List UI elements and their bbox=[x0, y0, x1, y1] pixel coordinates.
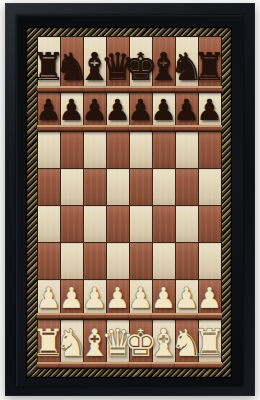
square-g2[interactable]: ♟ bbox=[176, 280, 198, 319]
square-d1[interactable]: ♛ bbox=[107, 320, 129, 368]
piece-white-pawn: ♟ bbox=[105, 284, 131, 313]
square-f3[interactable] bbox=[153, 243, 175, 279]
piece-black-pawn: ♟ bbox=[197, 96, 223, 125]
piece-black-pawn: ♟ bbox=[59, 96, 85, 125]
square-f4[interactable] bbox=[153, 206, 175, 242]
piece-black-pawn: ♟ bbox=[105, 96, 131, 125]
square-d4[interactable] bbox=[107, 206, 129, 242]
square-g1[interactable]: ♞ bbox=[176, 320, 198, 368]
piece-white-pawn: ♟ bbox=[36, 284, 62, 313]
square-h4[interactable] bbox=[199, 206, 221, 242]
square-h8[interactable]: ♜ bbox=[199, 37, 221, 92]
square-f8[interactable]: ♝ bbox=[153, 37, 175, 92]
piece-white-pawn: ♟ bbox=[82, 284, 108, 313]
square-e1[interactable]: ♚ bbox=[130, 320, 152, 368]
square-h6[interactable] bbox=[199, 132, 221, 168]
square-b1[interactable]: ♞ bbox=[61, 320, 83, 368]
square-b8[interactable]: ♞ bbox=[61, 37, 83, 92]
piece-white-pawn: ♟ bbox=[151, 284, 177, 313]
square-h7[interactable]: ♟ bbox=[199, 93, 221, 131]
shelf bbox=[152, 362, 176, 368]
shelf bbox=[175, 362, 199, 368]
piece-black-pawn: ♟ bbox=[82, 96, 108, 125]
square-c3[interactable] bbox=[84, 243, 106, 279]
piece-black-pawn: ♟ bbox=[128, 96, 154, 125]
square-g6[interactable] bbox=[176, 132, 198, 168]
square-a4[interactable] bbox=[38, 206, 60, 242]
square-a2[interactable]: ♟ bbox=[38, 280, 60, 319]
square-c7[interactable]: ♟ bbox=[84, 93, 106, 131]
square-d7[interactable]: ♟ bbox=[107, 93, 129, 131]
shelf bbox=[129, 86, 153, 92]
shelf bbox=[106, 86, 130, 92]
shelf bbox=[198, 362, 222, 368]
shelf bbox=[37, 125, 61, 131]
shelf bbox=[37, 313, 61, 319]
square-c4[interactable] bbox=[84, 206, 106, 242]
shelf bbox=[83, 313, 107, 319]
shelf bbox=[175, 313, 199, 319]
square-a6[interactable] bbox=[38, 132, 60, 168]
square-f2[interactable]: ♟ bbox=[153, 280, 175, 319]
square-b2[interactable]: ♟ bbox=[61, 280, 83, 319]
square-c2[interactable]: ♟ bbox=[84, 280, 106, 319]
shelf bbox=[198, 86, 222, 92]
square-e2[interactable]: ♟ bbox=[130, 280, 152, 319]
square-f6[interactable] bbox=[153, 132, 175, 168]
square-h5[interactable] bbox=[199, 169, 221, 205]
square-b6[interactable] bbox=[61, 132, 83, 168]
square-b5[interactable] bbox=[61, 169, 83, 205]
square-d2[interactable]: ♟ bbox=[107, 280, 129, 319]
square-e8[interactable]: ♚ bbox=[130, 37, 152, 92]
square-c8[interactable]: ♝ bbox=[84, 37, 106, 92]
square-e5[interactable] bbox=[130, 169, 152, 205]
shelf bbox=[198, 313, 222, 319]
shelf bbox=[152, 125, 176, 131]
square-a8[interactable]: ♜ bbox=[38, 37, 60, 92]
square-g5[interactable] bbox=[176, 169, 198, 205]
square-b4[interactable] bbox=[61, 206, 83, 242]
square-h2[interactable]: ♟ bbox=[199, 280, 221, 319]
shelf bbox=[152, 86, 176, 92]
square-d3[interactable] bbox=[107, 243, 129, 279]
shelf bbox=[60, 86, 84, 92]
square-f5[interactable] bbox=[153, 169, 175, 205]
shelf bbox=[60, 313, 84, 319]
square-a7[interactable]: ♟ bbox=[38, 93, 60, 131]
shelf bbox=[129, 125, 153, 131]
square-f7[interactable]: ♟ bbox=[153, 93, 175, 131]
chess-board: ♜♞♝♛♚♝♞♜♟♟♟♟♟♟♟♟♟♟♟♟♟♟♟♟♜♞♝♛♚♝♞♜ bbox=[38, 37, 221, 368]
shelf bbox=[152, 313, 176, 319]
square-g3[interactable] bbox=[176, 243, 198, 279]
square-c6[interactable] bbox=[84, 132, 106, 168]
shelf bbox=[83, 86, 107, 92]
square-f1[interactable]: ♝ bbox=[153, 320, 175, 368]
shelf bbox=[60, 125, 84, 131]
square-a3[interactable] bbox=[38, 243, 60, 279]
piece-black-pawn: ♟ bbox=[151, 96, 177, 125]
shelf bbox=[37, 362, 61, 368]
photo-background: ♜♞♝♛♚♝♞♜♟♟♟♟♟♟♟♟♟♟♟♟♟♟♟♟♜♞♝♛♚♝♞♜ bbox=[0, 0, 260, 400]
piece-white-pawn: ♟ bbox=[59, 284, 85, 313]
ornate-gold-trim: ♜♞♝♛♚♝♞♜♟♟♟♟♟♟♟♟♟♟♟♟♟♟♟♟♜♞♝♛♚♝♞♜ bbox=[27, 28, 231, 377]
piece-black-pawn: ♟ bbox=[36, 96, 62, 125]
square-c1[interactable]: ♝ bbox=[84, 320, 106, 368]
piece-white-pawn: ♟ bbox=[197, 284, 223, 313]
square-h1[interactable]: ♜ bbox=[199, 320, 221, 368]
picture-frame: ♜♞♝♛♚♝♞♜♟♟♟♟♟♟♟♟♟♟♟♟♟♟♟♟♜♞♝♛♚♝♞♜ bbox=[5, 3, 255, 396]
square-g7[interactable]: ♟ bbox=[176, 93, 198, 131]
shelf bbox=[60, 362, 84, 368]
shelf bbox=[198, 125, 222, 131]
piece-black-pawn: ♟ bbox=[174, 96, 200, 125]
shelf bbox=[83, 362, 107, 368]
shelf bbox=[37, 86, 61, 92]
square-a1[interactable]: ♜ bbox=[38, 320, 60, 368]
shelf bbox=[83, 125, 107, 131]
square-e6[interactable] bbox=[130, 132, 152, 168]
square-g8[interactable]: ♞ bbox=[176, 37, 198, 92]
shelf bbox=[175, 125, 199, 131]
square-h3[interactable] bbox=[199, 243, 221, 279]
shelf bbox=[129, 313, 153, 319]
piece-black-rook: ♜ bbox=[192, 48, 226, 86]
piece-white-pawn: ♟ bbox=[128, 284, 154, 313]
piece-white-pawn: ♟ bbox=[174, 284, 200, 313]
square-e3[interactable] bbox=[130, 243, 152, 279]
square-d6[interactable] bbox=[107, 132, 129, 168]
square-b7[interactable]: ♟ bbox=[61, 93, 83, 131]
square-c5[interactable] bbox=[84, 169, 106, 205]
shelf bbox=[175, 86, 199, 92]
square-d8[interactable]: ♛ bbox=[107, 37, 129, 92]
shelf bbox=[129, 362, 153, 368]
shelf bbox=[106, 125, 130, 131]
shelf bbox=[106, 313, 130, 319]
square-e7[interactable]: ♟ bbox=[130, 93, 152, 131]
square-g4[interactable] bbox=[176, 206, 198, 242]
square-b3[interactable] bbox=[61, 243, 83, 279]
piece-white-rook: ♜ bbox=[192, 324, 226, 362]
square-a5[interactable] bbox=[38, 169, 60, 205]
square-e4[interactable] bbox=[130, 206, 152, 242]
square-d5[interactable] bbox=[107, 169, 129, 205]
shelf bbox=[106, 362, 130, 368]
